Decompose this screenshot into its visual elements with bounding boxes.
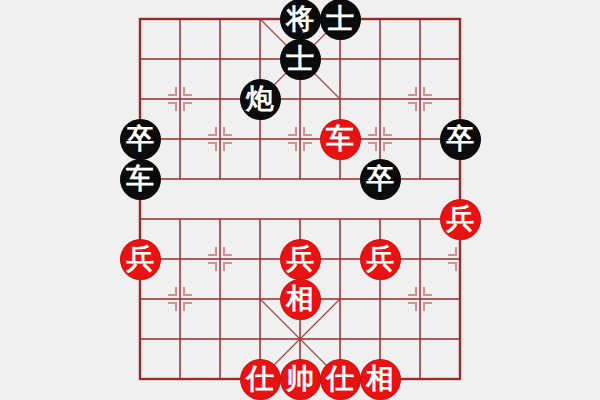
black-chariot[interactable]: 车: [120, 159, 161, 200]
red-elephant[interactable]: 相: [360, 359, 401, 400]
black-cannon[interactable]: 炮: [240, 79, 281, 120]
piece-layer: 将士士炮卒车卒车卒兵兵兵兵相仕帅仕相: [120, 0, 480, 399]
red-elephant[interactable]: 相: [280, 279, 321, 320]
black-soldier[interactable]: 卒: [120, 119, 161, 160]
black-soldier[interactable]: 卒: [360, 159, 401, 200]
black-general[interactable]: 将: [280, 0, 321, 40]
red-advisor[interactable]: 仕: [320, 359, 361, 400]
red-soldier[interactable]: 兵: [440, 199, 481, 240]
black-soldier[interactable]: 卒: [440, 119, 481, 160]
xiangqi-board: 将士士炮卒车卒车卒兵兵兵兵相仕帅仕相: [0, 0, 600, 400]
red-soldier[interactable]: 兵: [280, 239, 321, 280]
red-chariot[interactable]: 车: [320, 119, 361, 160]
red-soldier[interactable]: 兵: [120, 239, 161, 280]
black-advisor[interactable]: 士: [280, 39, 321, 80]
red-general[interactable]: 帅: [280, 359, 321, 400]
black-advisor[interactable]: 士: [320, 0, 361, 40]
red-advisor[interactable]: 仕: [240, 359, 281, 400]
red-soldier[interactable]: 兵: [360, 239, 401, 280]
